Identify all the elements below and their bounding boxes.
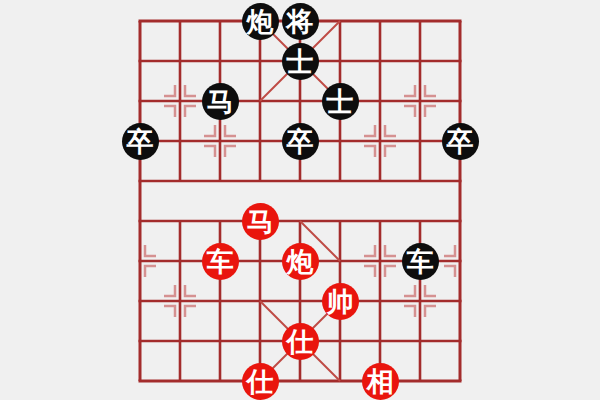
piece-label: 马 xyxy=(247,208,274,235)
piece-label: 马 xyxy=(207,88,234,115)
red-elephant[interactable]: 相 xyxy=(362,363,399,400)
piece-label: 士 xyxy=(327,88,354,115)
red-cannon[interactable]: 炮 xyxy=(282,243,319,280)
black-advisor[interactable]: 士 xyxy=(322,83,359,120)
piece-label: 仕 xyxy=(287,328,314,355)
black-soldier[interactable]: 卒 xyxy=(282,123,319,160)
piece-label: 相 xyxy=(367,368,394,395)
black-soldier[interactable]: 卒 xyxy=(122,123,159,160)
red-advisor[interactable]: 仕 xyxy=(282,323,319,360)
piece-grid: 炮将士马士卒卒卒车马车炮帅仕仕相 xyxy=(120,1,480,400)
piece-label: 炮 xyxy=(287,248,314,275)
piece-label: 将 xyxy=(287,8,314,35)
red-chariot[interactable]: 车 xyxy=(202,243,239,280)
black-cannon[interactable]: 炮 xyxy=(242,3,279,40)
xiangqi-board[interactable]: 炮将士马士卒卒卒车马车炮帅仕仕相 xyxy=(0,0,600,400)
piece-label: 车 xyxy=(407,248,434,275)
black-general[interactable]: 将 xyxy=(282,3,319,40)
piece-label: 帅 xyxy=(327,288,354,315)
piece-label: 车 xyxy=(207,248,234,275)
red-general[interactable]: 帅 xyxy=(322,283,359,320)
piece-label: 卒 xyxy=(447,128,474,155)
piece-label: 炮 xyxy=(247,8,274,35)
red-advisor[interactable]: 仕 xyxy=(242,363,279,400)
black-horse[interactable]: 马 xyxy=(202,83,239,120)
piece-label: 仕 xyxy=(247,368,274,395)
piece-label: 士 xyxy=(287,48,314,75)
black-advisor[interactable]: 士 xyxy=(282,43,319,80)
red-horse[interactable]: 马 xyxy=(242,203,279,240)
black-chariot[interactable]: 车 xyxy=(402,243,439,280)
piece-label: 卒 xyxy=(127,128,154,155)
piece-label: 卒 xyxy=(287,128,314,155)
black-soldier[interactable]: 卒 xyxy=(442,123,479,160)
